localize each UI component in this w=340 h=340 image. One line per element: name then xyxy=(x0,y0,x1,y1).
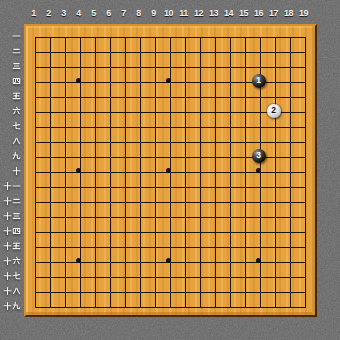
board-point-15-1[interactable] xyxy=(236,28,251,43)
board-point-8-13[interactable] xyxy=(131,208,146,223)
white-stone-move-2[interactable]: 2 xyxy=(267,104,281,118)
board-point-3-14[interactable] xyxy=(56,223,71,238)
board-point-10-1[interactable] xyxy=(161,28,176,43)
board-point-7-6[interactable] xyxy=(116,103,131,118)
board-point-18-19[interactable] xyxy=(281,298,296,313)
board-point-4-13[interactable] xyxy=(71,208,86,223)
board-point-2-10[interactable] xyxy=(41,163,56,178)
board-point-12-2[interactable] xyxy=(191,43,206,58)
board-point-3-13[interactable] xyxy=(56,208,71,223)
board-point-4-17[interactable] xyxy=(71,268,86,283)
board-point-2-6[interactable] xyxy=(41,103,56,118)
board-point-4-18[interactable] xyxy=(71,283,86,298)
board-point-2-14[interactable] xyxy=(41,223,56,238)
board-point-10-17[interactable] xyxy=(161,268,176,283)
board-point-19-17[interactable] xyxy=(296,268,311,283)
board-point-14-1[interactable] xyxy=(221,28,236,43)
board-point-8-14[interactable] xyxy=(131,223,146,238)
board-point-4-3[interactable] xyxy=(71,58,86,73)
board-point-5-18[interactable] xyxy=(86,283,101,298)
board-point-14-10[interactable] xyxy=(221,163,236,178)
board-point-8-6[interactable] xyxy=(131,103,146,118)
board-point-10-19[interactable] xyxy=(161,298,176,313)
board-point-17-9[interactable] xyxy=(266,148,281,163)
board-point-11-17[interactable] xyxy=(176,268,191,283)
board-point-13-5[interactable] xyxy=(206,88,221,103)
board-point-7-17[interactable] xyxy=(116,268,131,283)
board-point-2-4[interactable] xyxy=(41,73,56,88)
board-point-13-17[interactable] xyxy=(206,268,221,283)
board-point-13-16[interactable] xyxy=(206,253,221,268)
board-point-6-12[interactable] xyxy=(101,193,116,208)
board-point-10-2[interactable] xyxy=(161,43,176,58)
board-point-6-16[interactable] xyxy=(101,253,116,268)
board-point-5-14[interactable] xyxy=(86,223,101,238)
board-point-5-16[interactable] xyxy=(86,253,101,268)
board-point-2-7[interactable] xyxy=(41,118,56,133)
black-stone-move-3[interactable]: 3 xyxy=(252,149,266,163)
board-point-6-8[interactable] xyxy=(101,133,116,148)
board-point-1-13[interactable] xyxy=(26,208,41,223)
board-point-9-5[interactable] xyxy=(146,88,161,103)
board-point-8-12[interactable] xyxy=(131,193,146,208)
board-point-15-18[interactable] xyxy=(236,283,251,298)
board-point-2-12[interactable] xyxy=(41,193,56,208)
board-point-9-17[interactable] xyxy=(146,268,161,283)
black-stone-move-1[interactable]: 1 xyxy=(252,74,266,88)
board-point-16-12[interactable] xyxy=(251,193,266,208)
board-point-15-7[interactable] xyxy=(236,118,251,133)
board-point-6-3[interactable] xyxy=(101,58,116,73)
board-point-11-18[interactable] xyxy=(176,283,191,298)
board-point-3-10[interactable] xyxy=(56,163,71,178)
board-point-9-12[interactable] xyxy=(146,193,161,208)
board-point-17-4[interactable] xyxy=(266,73,281,88)
board-point-3-7[interactable] xyxy=(56,118,71,133)
board-point-4-12[interactable] xyxy=(71,193,86,208)
board-point-6-5[interactable] xyxy=(101,88,116,103)
board-point-18-18[interactable] xyxy=(281,283,296,298)
board-point-13-19[interactable] xyxy=(206,298,221,313)
board-point-18-7[interactable] xyxy=(281,118,296,133)
board-point-8-3[interactable] xyxy=(131,58,146,73)
board-point-12-16[interactable] xyxy=(191,253,206,268)
board-point-9-14[interactable] xyxy=(146,223,161,238)
board-point-2-1[interactable] xyxy=(41,28,56,43)
board-point-14-12[interactable] xyxy=(221,193,236,208)
board-point-11-8[interactable] xyxy=(176,133,191,148)
board-point-7-15[interactable] xyxy=(116,238,131,253)
board-point-17-16[interactable] xyxy=(266,253,281,268)
board-point-5-4[interactable] xyxy=(86,73,101,88)
board-point-9-7[interactable] xyxy=(146,118,161,133)
board-point-1-17[interactable] xyxy=(26,268,41,283)
board-point-13-12[interactable] xyxy=(206,193,221,208)
board-point-2-9[interactable] xyxy=(41,148,56,163)
board-point-15-5[interactable] xyxy=(236,88,251,103)
board-point-8-15[interactable] xyxy=(131,238,146,253)
board-point-19-12[interactable] xyxy=(296,193,311,208)
board-point-5-5[interactable] xyxy=(86,88,101,103)
board-point-11-11[interactable] xyxy=(176,178,191,193)
board-point-6-15[interactable] xyxy=(101,238,116,253)
board-point-1-16[interactable] xyxy=(26,253,41,268)
board-point-18-8[interactable] xyxy=(281,133,296,148)
board-point-15-19[interactable] xyxy=(236,298,251,313)
board-point-4-9[interactable] xyxy=(71,148,86,163)
board-point-7-3[interactable] xyxy=(116,58,131,73)
board-point-8-16[interactable] xyxy=(131,253,146,268)
board-point-2-15[interactable] xyxy=(41,238,56,253)
board-point-1-2[interactable] xyxy=(26,43,41,58)
board-point-8-7[interactable] xyxy=(131,118,146,133)
board-point-15-4[interactable] xyxy=(236,73,251,88)
board-point-10-9[interactable] xyxy=(161,148,176,163)
board-point-16-19[interactable] xyxy=(251,298,266,313)
board-point-19-7[interactable] xyxy=(296,118,311,133)
board-point-5-12[interactable] xyxy=(86,193,101,208)
board-point-18-16[interactable] xyxy=(281,253,296,268)
board-point-16-16[interactable] xyxy=(251,253,266,268)
board-point-2-3[interactable] xyxy=(41,58,56,73)
board-point-13-10[interactable] xyxy=(206,163,221,178)
board-point-17-17[interactable] xyxy=(266,268,281,283)
board-point-3-18[interactable] xyxy=(56,283,71,298)
board-point-14-2[interactable] xyxy=(221,43,236,58)
board-point-15-11[interactable] xyxy=(236,178,251,193)
board-point-12-1[interactable] xyxy=(191,28,206,43)
board-point-5-11[interactable] xyxy=(86,178,101,193)
board-point-17-14[interactable] xyxy=(266,223,281,238)
board-point-11-13[interactable] xyxy=(176,208,191,223)
board-point-1-15[interactable] xyxy=(26,238,41,253)
board-point-8-18[interactable] xyxy=(131,283,146,298)
board-point-11-6[interactable] xyxy=(176,103,191,118)
board-point-13-6[interactable] xyxy=(206,103,221,118)
board-point-14-19[interactable] xyxy=(221,298,236,313)
board-point-3-6[interactable] xyxy=(56,103,71,118)
board-point-13-9[interactable] xyxy=(206,148,221,163)
board-point-3-3[interactable] xyxy=(56,58,71,73)
board-point-13-15[interactable] xyxy=(206,238,221,253)
board-point-12-11[interactable] xyxy=(191,178,206,193)
board-point-10-13[interactable] xyxy=(161,208,176,223)
board-point-2-5[interactable] xyxy=(41,88,56,103)
board-point-15-17[interactable] xyxy=(236,268,251,283)
board-point-18-10[interactable] xyxy=(281,163,296,178)
board-point-7-16[interactable] xyxy=(116,253,131,268)
board-point-10-15[interactable] xyxy=(161,238,176,253)
board-point-17-5[interactable] xyxy=(266,88,281,103)
board-point-1-19[interactable] xyxy=(26,298,41,313)
board-point-12-7[interactable] xyxy=(191,118,206,133)
board-point-1-11[interactable] xyxy=(26,178,41,193)
board-point-6-14[interactable] xyxy=(101,223,116,238)
board-point-4-15[interactable] xyxy=(71,238,86,253)
board-point-15-16[interactable] xyxy=(236,253,251,268)
board-point-16-6[interactable] xyxy=(251,103,266,118)
board-point-1-14[interactable] xyxy=(26,223,41,238)
board-point-15-6[interactable] xyxy=(236,103,251,118)
board-point-19-11[interactable] xyxy=(296,178,311,193)
board-point-14-17[interactable] xyxy=(221,268,236,283)
board-point-19-8[interactable] xyxy=(296,133,311,148)
board-point-11-5[interactable] xyxy=(176,88,191,103)
board-point-6-10[interactable] xyxy=(101,163,116,178)
board-point-8-19[interactable] xyxy=(131,298,146,313)
board-point-13-1[interactable] xyxy=(206,28,221,43)
board-point-3-8[interactable] xyxy=(56,133,71,148)
board-point-11-1[interactable] xyxy=(176,28,191,43)
board-point-13-13[interactable] xyxy=(206,208,221,223)
board-point-7-7[interactable] xyxy=(116,118,131,133)
board-point-7-10[interactable] xyxy=(116,163,131,178)
board-point-5-7[interactable] xyxy=(86,118,101,133)
board-point-16-15[interactable] xyxy=(251,238,266,253)
board-point-7-4[interactable] xyxy=(116,73,131,88)
board-point-9-1[interactable] xyxy=(146,28,161,43)
board-point-8-5[interactable] xyxy=(131,88,146,103)
board-point-2-19[interactable] xyxy=(41,298,56,313)
board-point-8-10[interactable] xyxy=(131,163,146,178)
board-point-19-15[interactable] xyxy=(296,238,311,253)
board-point-14-15[interactable] xyxy=(221,238,236,253)
board-point-10-11[interactable] xyxy=(161,178,176,193)
board-point-17-8[interactable] xyxy=(266,133,281,148)
board-point-9-10[interactable] xyxy=(146,163,161,178)
board-point-5-10[interactable] xyxy=(86,163,101,178)
board-point-11-19[interactable] xyxy=(176,298,191,313)
board-point-13-3[interactable] xyxy=(206,58,221,73)
board-point-14-4[interactable] xyxy=(221,73,236,88)
board-point-9-4[interactable] xyxy=(146,73,161,88)
board-point-11-2[interactable] xyxy=(176,43,191,58)
board-point-3-15[interactable] xyxy=(56,238,71,253)
board-point-9-19[interactable] xyxy=(146,298,161,313)
board-point-16-3[interactable] xyxy=(251,58,266,73)
board-point-11-15[interactable] xyxy=(176,238,191,253)
board-point-12-6[interactable] xyxy=(191,103,206,118)
board-point-3-12[interactable] xyxy=(56,193,71,208)
board-point-4-8[interactable] xyxy=(71,133,86,148)
board-point-16-17[interactable] xyxy=(251,268,266,283)
board-point-13-11[interactable] xyxy=(206,178,221,193)
board-point-3-11[interactable] xyxy=(56,178,71,193)
board-point-14-18[interactable] xyxy=(221,283,236,298)
board-point-4-5[interactable] xyxy=(71,88,86,103)
board-point-1-7[interactable] xyxy=(26,118,41,133)
board-point-14-5[interactable] xyxy=(221,88,236,103)
board-point-12-8[interactable] xyxy=(191,133,206,148)
board-point-6-2[interactable] xyxy=(101,43,116,58)
board-point-19-5[interactable] xyxy=(296,88,311,103)
board-point-6-13[interactable] xyxy=(101,208,116,223)
board-point-15-8[interactable] xyxy=(236,133,251,148)
board-point-6-4[interactable] xyxy=(101,73,116,88)
board-point-16-9[interactable]: 3 xyxy=(251,148,266,163)
board-point-1-8[interactable] xyxy=(26,133,41,148)
board-point-11-16[interactable] xyxy=(176,253,191,268)
board-point-4-7[interactable] xyxy=(71,118,86,133)
board-point-17-19[interactable] xyxy=(266,298,281,313)
board-point-16-14[interactable] xyxy=(251,223,266,238)
board-point-14-8[interactable] xyxy=(221,133,236,148)
board-point-19-9[interactable] xyxy=(296,148,311,163)
board-point-9-2[interactable] xyxy=(146,43,161,58)
board-point-18-15[interactable] xyxy=(281,238,296,253)
board-point-10-7[interactable] xyxy=(161,118,176,133)
board-point-18-11[interactable] xyxy=(281,178,296,193)
board-point-7-12[interactable] xyxy=(116,193,131,208)
board-point-10-3[interactable] xyxy=(161,58,176,73)
board-point-5-6[interactable] xyxy=(86,103,101,118)
board-point-17-15[interactable] xyxy=(266,238,281,253)
board-point-1-12[interactable] xyxy=(26,193,41,208)
board-point-9-18[interactable] xyxy=(146,283,161,298)
board-point-15-9[interactable] xyxy=(236,148,251,163)
board-point-16-5[interactable] xyxy=(251,88,266,103)
board-point-4-1[interactable] xyxy=(71,28,86,43)
board-point-6-19[interactable] xyxy=(101,298,116,313)
board-point-15-13[interactable] xyxy=(236,208,251,223)
board-point-7-8[interactable] xyxy=(116,133,131,148)
board-point-19-18[interactable] xyxy=(296,283,311,298)
board-point-12-12[interactable] xyxy=(191,193,206,208)
board-point-8-2[interactable] xyxy=(131,43,146,58)
board-point-7-5[interactable] xyxy=(116,88,131,103)
board-point-15-12[interactable] xyxy=(236,193,251,208)
board-point-18-14[interactable] xyxy=(281,223,296,238)
board-point-5-8[interactable] xyxy=(86,133,101,148)
board-point-6-9[interactable] xyxy=(101,148,116,163)
board-point-13-4[interactable] xyxy=(206,73,221,88)
board-point-19-16[interactable] xyxy=(296,253,311,268)
board-point-9-9[interactable] xyxy=(146,148,161,163)
board-point-17-13[interactable] xyxy=(266,208,281,223)
board-point-8-9[interactable] xyxy=(131,148,146,163)
board-point-2-18[interactable] xyxy=(41,283,56,298)
board-point-13-8[interactable] xyxy=(206,133,221,148)
board-point-13-18[interactable] xyxy=(206,283,221,298)
board-point-19-4[interactable] xyxy=(296,73,311,88)
board-point-9-3[interactable] xyxy=(146,58,161,73)
board-point-2-2[interactable] xyxy=(41,43,56,58)
board-point-19-2[interactable] xyxy=(296,43,311,58)
board-point-3-5[interactable] xyxy=(56,88,71,103)
board-point-9-11[interactable] xyxy=(146,178,161,193)
board-point-10-5[interactable] xyxy=(161,88,176,103)
board-point-17-11[interactable] xyxy=(266,178,281,193)
board-point-12-13[interactable] xyxy=(191,208,206,223)
board-point-12-9[interactable] xyxy=(191,148,206,163)
board-point-19-6[interactable] xyxy=(296,103,311,118)
board-point-5-3[interactable] xyxy=(86,58,101,73)
board-point-1-4[interactable] xyxy=(26,73,41,88)
board-point-15-2[interactable] xyxy=(236,43,251,58)
board-point-12-19[interactable] xyxy=(191,298,206,313)
board-point-2-8[interactable] xyxy=(41,133,56,148)
board-point-6-11[interactable] xyxy=(101,178,116,193)
board-point-15-14[interactable] xyxy=(236,223,251,238)
board-point-18-9[interactable] xyxy=(281,148,296,163)
board-point-6-17[interactable] xyxy=(101,268,116,283)
board-point-8-1[interactable] xyxy=(131,28,146,43)
board-point-19-1[interactable] xyxy=(296,28,311,43)
board-point-4-6[interactable] xyxy=(71,103,86,118)
board-point-7-2[interactable] xyxy=(116,43,131,58)
board-point-11-10[interactable] xyxy=(176,163,191,178)
board-point-6-1[interactable] xyxy=(101,28,116,43)
board-point-18-4[interactable] xyxy=(281,73,296,88)
board-point-7-19[interactable] xyxy=(116,298,131,313)
board-point-9-15[interactable] xyxy=(146,238,161,253)
board-point-12-5[interactable] xyxy=(191,88,206,103)
board-point-4-2[interactable] xyxy=(71,43,86,58)
board-point-17-10[interactable] xyxy=(266,163,281,178)
board-point-4-16[interactable] xyxy=(71,253,86,268)
board-point-2-16[interactable] xyxy=(41,253,56,268)
board-point-9-6[interactable] xyxy=(146,103,161,118)
board-point-11-3[interactable] xyxy=(176,58,191,73)
board-point-17-1[interactable] xyxy=(266,28,281,43)
board-point-15-15[interactable] xyxy=(236,238,251,253)
board-point-14-6[interactable] xyxy=(221,103,236,118)
board-point-18-3[interactable] xyxy=(281,58,296,73)
board-point-3-19[interactable] xyxy=(56,298,71,313)
board-point-2-17[interactable] xyxy=(41,268,56,283)
board-point-9-8[interactable] xyxy=(146,133,161,148)
board-point-1-5[interactable] xyxy=(26,88,41,103)
board-point-14-11[interactable] xyxy=(221,178,236,193)
board-point-14-16[interactable] xyxy=(221,253,236,268)
board-point-3-16[interactable] xyxy=(56,253,71,268)
board-point-16-18[interactable] xyxy=(251,283,266,298)
board-point-4-19[interactable] xyxy=(71,298,86,313)
board-point-8-4[interactable] xyxy=(131,73,146,88)
board-point-5-2[interactable] xyxy=(86,43,101,58)
board-point-10-10[interactable] xyxy=(161,163,176,178)
board-point-7-13[interactable] xyxy=(116,208,131,223)
board-point-4-14[interactable] xyxy=(71,223,86,238)
board-point-19-13[interactable] xyxy=(296,208,311,223)
board-point-5-17[interactable] xyxy=(86,268,101,283)
board-point-18-12[interactable] xyxy=(281,193,296,208)
board-point-11-4[interactable] xyxy=(176,73,191,88)
board-point-16-2[interactable] xyxy=(251,43,266,58)
board-point-13-2[interactable] xyxy=(206,43,221,58)
board-point-10-6[interactable] xyxy=(161,103,176,118)
board-point-12-14[interactable] xyxy=(191,223,206,238)
board-point-12-17[interactable] xyxy=(191,268,206,283)
board-point-17-7[interactable] xyxy=(266,118,281,133)
board-point-16-10[interactable] xyxy=(251,163,266,178)
board-point-10-12[interactable] xyxy=(161,193,176,208)
board-point-13-7[interactable] xyxy=(206,118,221,133)
board-point-5-19[interactable] xyxy=(86,298,101,313)
board-point-6-6[interactable] xyxy=(101,103,116,118)
board-point-14-3[interactable] xyxy=(221,58,236,73)
board-point-11-9[interactable] xyxy=(176,148,191,163)
board-point-10-4[interactable] xyxy=(161,73,176,88)
board-point-12-10[interactable] xyxy=(191,163,206,178)
board-point-1-9[interactable] xyxy=(26,148,41,163)
board-point-10-18[interactable] xyxy=(161,283,176,298)
board-point-18-1[interactable] xyxy=(281,28,296,43)
board-point-8-11[interactable] xyxy=(131,178,146,193)
board-point-16-4[interactable]: 1 xyxy=(251,73,266,88)
board-point-16-11[interactable] xyxy=(251,178,266,193)
board-point-3-9[interactable] xyxy=(56,148,71,163)
